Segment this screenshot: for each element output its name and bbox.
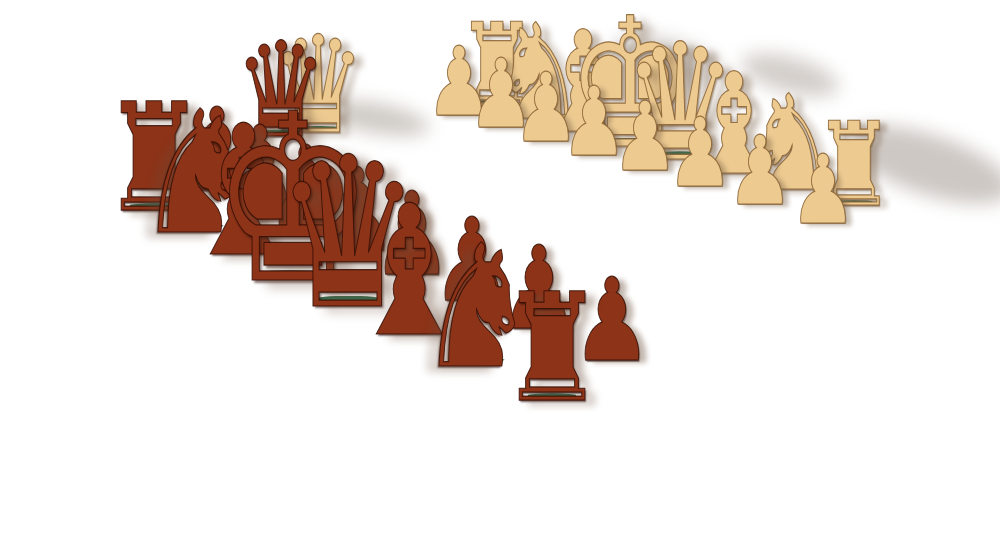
chess-set-photo: ♜♞♝♚♛♝♞♜♟♟♟♟♟♟♟♟♟♟♟♟♟♟♟♟♜♞♝♚♛♝♞♜♛♛ (0, 0, 1000, 553)
rook-glyph: ♜ (500, 274, 605, 424)
pieces-layer: ♜♞♝♚♛♝♞♜♟♟♟♟♟♟♟♟♟♟♟♟♟♟♟♟♜♞♝♚♛♝♞♜♛♛ (0, 0, 1000, 553)
piece-black-rook-a8: ♜ (500, 274, 605, 424)
pawn-glyph: ♟ (726, 124, 793, 220)
pawn-glyph: ♟ (790, 143, 857, 239)
piece-white-pawn-a2: ♟ (790, 143, 857, 239)
piece-white-pawn-b2: ♟ (726, 124, 793, 220)
pawn-glyph: ♟ (667, 107, 734, 203)
piece-white-pawn-c2: ♟ (667, 107, 734, 203)
